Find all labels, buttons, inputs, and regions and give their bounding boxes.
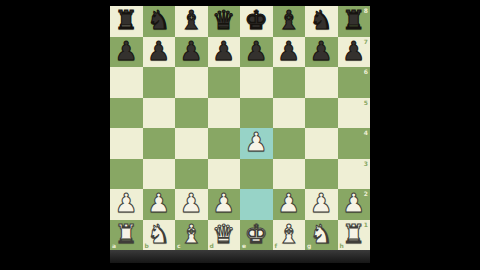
piece-white-knight-g1[interactable]: ♞ [310,221,333,247]
piece-white-pawn-a2[interactable]: ♟ [115,190,138,216]
square-h5[interactable]: 5 [338,98,371,129]
square-h7[interactable]: ♟7 [338,37,371,68]
square-f3[interactable] [273,159,306,190]
square-c5[interactable] [175,98,208,129]
square-b8[interactable]: ♞ [143,6,176,37]
square-f8[interactable]: ♝ [273,6,306,37]
piece-white-king-e1[interactable]: ♚ [245,221,268,247]
square-h6[interactable]: 6 [338,67,371,98]
square-g1[interactable]: ♞g [305,220,338,251]
rank-label-1: 1 [364,222,368,228]
square-c4[interactable] [175,128,208,159]
square-a5[interactable] [110,98,143,129]
square-d2[interactable]: ♟ [208,189,241,220]
square-g5[interactable] [305,98,338,129]
square-h8[interactable]: ♜8 [338,6,371,37]
piece-black-rook-h8[interactable]: ♜ [342,7,365,33]
piece-white-pawn-c2[interactable]: ♟ [180,190,203,216]
rank-label-8: 8 [364,8,368,14]
square-b1[interactable]: ♞b [143,220,176,251]
square-e2[interactable] [240,189,273,220]
piece-white-pawn-h2[interactable]: ♟ [342,190,365,216]
square-a7[interactable]: ♟ [110,37,143,68]
square-a8[interactable]: ♜ [110,6,143,37]
piece-black-pawn-f7[interactable]: ♟ [277,38,300,64]
square-a1[interactable]: ♜a [110,220,143,251]
rank-label-2: 2 [364,191,368,197]
square-h4[interactable]: 4 [338,128,371,159]
square-g7[interactable]: ♟ [305,37,338,68]
piece-black-pawn-a7[interactable]: ♟ [115,38,138,64]
square-a3[interactable] [110,159,143,190]
piece-white-pawn-d2[interactable]: ♟ [212,190,235,216]
piece-black-pawn-b7[interactable]: ♟ [147,38,170,64]
square-e4[interactable]: ♟ [240,128,273,159]
square-a4[interactable] [110,128,143,159]
piece-white-knight-b1[interactable]: ♞ [147,221,170,247]
square-h1[interactable]: ♜1h [338,220,371,251]
square-g6[interactable] [305,67,338,98]
square-g2[interactable]: ♟ [305,189,338,220]
square-f4[interactable] [273,128,306,159]
file-label-d: d [210,243,214,249]
piece-white-pawn-b2[interactable]: ♟ [147,190,170,216]
piece-black-pawn-c7[interactable]: ♟ [180,38,203,64]
piece-black-pawn-d7[interactable]: ♟ [212,38,235,64]
square-e3[interactable] [240,159,273,190]
square-h2[interactable]: ♟2 [338,189,371,220]
square-f6[interactable] [273,67,306,98]
square-a6[interactable] [110,67,143,98]
piece-white-rook-a1[interactable]: ♜ [115,221,138,247]
square-c8[interactable]: ♝ [175,6,208,37]
piece-black-rook-a8[interactable]: ♜ [115,7,138,33]
file-label-c: c [177,243,181,249]
square-e1[interactable]: ♚e [240,220,273,251]
square-c6[interactable] [175,67,208,98]
file-label-g: g [307,243,311,249]
square-b2[interactable]: ♟ [143,189,176,220]
piece-black-bishop-c8[interactable]: ♝ [180,7,203,33]
square-c3[interactable] [175,159,208,190]
file-label-a: a [112,243,116,249]
square-f1[interactable]: ♝f [273,220,306,251]
piece-black-bishop-f8[interactable]: ♝ [277,7,300,33]
file-label-b: b [145,243,149,249]
piece-white-pawn-g2[interactable]: ♟ [310,190,333,216]
square-d8[interactable]: ♛ [208,6,241,37]
square-c2[interactable]: ♟ [175,189,208,220]
square-h3[interactable]: 3 [338,159,371,190]
square-b3[interactable] [143,159,176,190]
piece-white-rook-h1[interactable]: ♜ [342,221,365,247]
piece-black-king-e8[interactable]: ♚ [245,7,268,33]
square-b6[interactable] [143,67,176,98]
piece-white-pawn-f2[interactable]: ♟ [277,190,300,216]
file-label-e: e [242,243,246,249]
square-d1[interactable]: ♛d [208,220,241,251]
square-b5[interactable] [143,98,176,129]
square-g8[interactable]: ♞ [305,6,338,37]
square-f2[interactable]: ♟ [273,189,306,220]
square-g3[interactable] [305,159,338,190]
piece-white-queen-d1[interactable]: ♛ [212,221,235,247]
square-d7[interactable]: ♟ [208,37,241,68]
square-e7[interactable]: ♟ [240,37,273,68]
square-d6[interactable] [208,67,241,98]
square-f7[interactable]: ♟ [273,37,306,68]
square-e8[interactable]: ♚ [240,6,273,37]
square-e6[interactable] [240,67,273,98]
piece-black-pawn-g7[interactable]: ♟ [310,38,333,64]
square-d4[interactable] [208,128,241,159]
piece-black-knight-b8[interactable]: ♞ [147,7,170,33]
square-a2[interactable]: ♟ [110,189,143,220]
rank-label-5: 5 [364,100,368,106]
piece-black-knight-g8[interactable]: ♞ [310,7,333,33]
piece-black-pawn-h7[interactable]: ♟ [342,38,365,64]
rank-label-4: 4 [364,130,368,136]
chess-board: ♜♞♝♛♚♝♞♜8♟♟♟♟♟♟♟♟765♟43♟♟♟♟♟♟♟2♜a♞b♝c♛d♚… [110,6,370,250]
file-label-h: h [340,243,344,249]
rank-label-7: 7 [364,39,368,45]
rank-label-3: 3 [364,161,368,167]
square-g4[interactable] [305,128,338,159]
square-c1[interactable]: ♝c [175,220,208,251]
video-frame: ♜♞♝♛♚♝♞♜8♟♟♟♟♟♟♟♟765♟43♟♟♟♟♟♟♟2♜a♞b♝c♛d♚… [0,0,480,270]
square-e5[interactable] [240,98,273,129]
square-c7[interactable]: ♟ [175,37,208,68]
square-f5[interactable] [273,98,306,129]
square-b4[interactable] [143,128,176,159]
square-b7[interactable]: ♟ [143,37,176,68]
square-d3[interactable] [208,159,241,190]
rank-label-6: 6 [364,69,368,75]
piece-white-bishop-c1[interactable]: ♝ [180,221,203,247]
square-d5[interactable] [208,98,241,129]
board-shadow-bar [110,250,370,263]
piece-white-pawn-e4[interactable]: ♟ [245,129,268,155]
piece-white-bishop-f1[interactable]: ♝ [277,221,300,247]
piece-black-pawn-e7[interactable]: ♟ [245,38,268,64]
file-label-f: f [275,243,278,249]
piece-black-queen-d8[interactable]: ♛ [212,7,235,33]
